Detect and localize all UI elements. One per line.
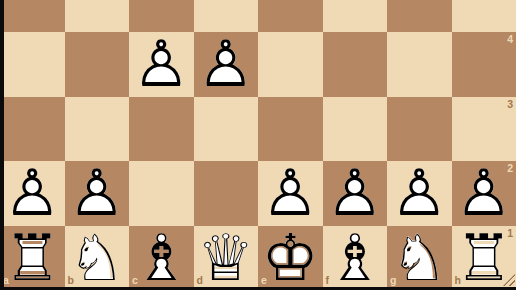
square-c2[interactable]: [129, 161, 194, 226]
square-f4[interactable]: [323, 32, 388, 97]
square-a5[interactable]: [0, 0, 65, 32]
square-b4[interactable]: [65, 32, 130, 97]
square-b1[interactable]: ♞♘b: [65, 226, 130, 290]
square-e3[interactable]: [258, 97, 323, 162]
square-b5[interactable]: [65, 0, 130, 32]
piece-wP-b2[interactable]: ♟♙: [65, 161, 130, 226]
square-g2[interactable]: ♟♙: [387, 161, 452, 226]
square-c1[interactable]: ♝♗c: [129, 226, 194, 290]
square-d5[interactable]: [194, 0, 259, 32]
piece-wP-h2[interactable]: ♟♙: [452, 161, 516, 226]
square-c5[interactable]: [129, 0, 194, 32]
square-b3[interactable]: [65, 97, 130, 162]
square-f5[interactable]: [323, 0, 388, 32]
piece-wB-c1[interactable]: ♝♗: [129, 226, 194, 290]
square-g4[interactable]: [387, 32, 452, 97]
piece-wB-f1[interactable]: ♝♗: [323, 226, 388, 290]
square-h1[interactable]: ♜♖1h: [452, 226, 516, 290]
piece-wP-f2[interactable]: ♟♙: [323, 161, 388, 226]
square-e1[interactable]: ♚♔e: [258, 226, 323, 290]
square-f1[interactable]: ♝♗f: [323, 226, 388, 290]
square-c3[interactable]: [129, 97, 194, 162]
square-h4[interactable]: 4: [452, 32, 516, 97]
screen: ♟♙♟♙43♟♙♟♙♟♙♟♙♟♙♟♙2♜♖a♞♘b♝♗c♛♕d♚♔e♝♗f♞♘g…: [0, 0, 516, 290]
piece-wP-e2[interactable]: ♟♙: [258, 161, 323, 226]
square-h2[interactable]: ♟♙2: [452, 161, 516, 226]
piece-wP-g2[interactable]: ♟♙: [387, 161, 452, 226]
piece-wP-a2[interactable]: ♟♙: [0, 161, 65, 226]
square-a2[interactable]: ♟♙: [0, 161, 65, 226]
piece-wP-d4[interactable]: ♟♙: [194, 32, 259, 97]
square-g1[interactable]: ♞♘g: [387, 226, 452, 290]
square-d1[interactable]: ♛♕d: [194, 226, 259, 290]
square-f3[interactable]: [323, 97, 388, 162]
square-a3[interactable]: [0, 97, 65, 162]
piece-wR-h1[interactable]: ♜♖: [452, 226, 516, 290]
square-d4[interactable]: ♟♙: [194, 32, 259, 97]
chess-board[interactable]: ♟♙♟♙43♟♙♟♙♟♙♟♙♟♙♟♙2♜♖a♞♘b♝♗c♛♕d♚♔e♝♗f♞♘g…: [0, 0, 516, 290]
square-h5[interactable]: [452, 0, 516, 32]
window-edge-left: [0, 0, 4, 290]
square-e2[interactable]: ♟♙: [258, 161, 323, 226]
square-e4[interactable]: [258, 32, 323, 97]
rank-label-4: 4: [507, 33, 513, 45]
square-c4[interactable]: ♟♙: [129, 32, 194, 97]
square-d2[interactable]: [194, 161, 259, 226]
square-f2[interactable]: ♟♙: [323, 161, 388, 226]
rank-label-3: 3: [507, 98, 513, 110]
square-e5[interactable]: [258, 0, 323, 32]
square-g5[interactable]: [387, 0, 452, 32]
piece-wN-b1[interactable]: ♞♘: [65, 226, 130, 290]
piece-wQ-d1[interactable]: ♛♕: [194, 226, 259, 290]
piece-wK-e1[interactable]: ♚♔: [258, 226, 323, 290]
piece-wN-g1[interactable]: ♞♘: [387, 226, 452, 290]
square-g3[interactable]: [387, 97, 452, 162]
square-b2[interactable]: ♟♙: [65, 161, 130, 226]
piece-wR-a1[interactable]: ♜♖: [0, 226, 65, 290]
square-d3[interactable]: [194, 97, 259, 162]
square-a4[interactable]: [0, 32, 65, 97]
piece-wP-c4[interactable]: ♟♙: [129, 32, 194, 97]
square-h3[interactable]: 3: [452, 97, 516, 162]
square-a1[interactable]: ♜♖a: [0, 226, 65, 290]
